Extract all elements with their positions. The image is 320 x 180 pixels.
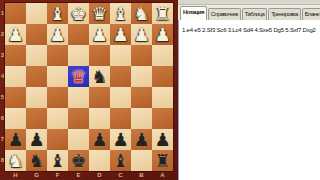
square-c3[interactable] bbox=[110, 45, 131, 66]
white-pawn: ♟ bbox=[7, 24, 23, 45]
square-g3[interactable] bbox=[26, 45, 47, 66]
square-f7[interactable] bbox=[47, 129, 68, 150]
file-label-d: D bbox=[89, 171, 110, 180]
square-d6[interactable] bbox=[89, 108, 110, 129]
tab-таблица[interactable]: Таблица bbox=[242, 8, 267, 20]
tab-bar: НотацияСправочникТаблицаТренировкаБланк … bbox=[178, 5, 320, 21]
square-a2[interactable]: ♟ bbox=[152, 24, 173, 45]
square-h2[interactable]: ♟ bbox=[5, 24, 26, 45]
file-label-h: H bbox=[5, 171, 26, 180]
square-f8[interactable]: ♝ bbox=[47, 150, 68, 171]
square-h5[interactable] bbox=[5, 87, 26, 108]
chess-board: 12345678 ♝♚♛♝♞♜♟♟♟♟♟♟♛♞♟♟♟♟♟♟♞♞♝♚♝♜ HGFE… bbox=[0, 0, 178, 180]
black-knight: ♞ bbox=[91, 66, 107, 87]
black-queen: ♛ bbox=[70, 66, 86, 87]
black-pawn: ♟ bbox=[28, 129, 44, 150]
square-d2[interactable]: ♟ bbox=[89, 24, 110, 45]
black-bishop: ♝ bbox=[112, 150, 128, 171]
black-bishop: ♝ bbox=[49, 150, 65, 171]
square-c1[interactable]: ♝ bbox=[110, 3, 131, 24]
file-label-c: C bbox=[110, 171, 131, 180]
black-pawn: ♟ bbox=[91, 129, 107, 150]
square-e8[interactable]: ♚ bbox=[68, 150, 89, 171]
square-a6[interactable] bbox=[152, 108, 173, 129]
square-c8[interactable]: ♝ bbox=[110, 150, 131, 171]
white-knight: ♞ bbox=[133, 3, 149, 24]
white-pawn: ♟ bbox=[133, 24, 149, 45]
tab-справочник[interactable]: Справочник bbox=[208, 8, 241, 20]
black-pawn: ♟ bbox=[154, 129, 170, 150]
side-panel: НотацияСправочникТаблицаТренировкаБланк … bbox=[178, 0, 320, 180]
square-b7[interactable]: ♟ bbox=[131, 129, 152, 150]
square-a4[interactable] bbox=[152, 66, 173, 87]
square-d7[interactable]: ♟ bbox=[89, 129, 110, 150]
square-h6[interactable] bbox=[5, 108, 26, 129]
white-pawn: ♟ bbox=[91, 24, 107, 45]
square-f5[interactable] bbox=[47, 87, 68, 108]
square-h3[interactable] bbox=[5, 45, 26, 66]
move-list[interactable]: 1.e4 e5 2.Sf3 Sc6 3.Lc4 Sd4 4.Sxe5 Dg5 5… bbox=[179, 20, 320, 33]
square-e3[interactable] bbox=[68, 45, 89, 66]
square-f6[interactable] bbox=[47, 108, 68, 129]
square-h4[interactable] bbox=[5, 66, 26, 87]
file-label-f: F bbox=[47, 171, 68, 180]
square-c4[interactable] bbox=[110, 66, 131, 87]
square-g5[interactable] bbox=[26, 87, 47, 108]
square-g8[interactable]: ♞ bbox=[26, 150, 47, 171]
square-c6[interactable] bbox=[110, 108, 131, 129]
black-pawn: ♟ bbox=[7, 129, 23, 150]
white-rook: ♜ bbox=[154, 3, 170, 24]
square-e5[interactable] bbox=[68, 87, 89, 108]
black-king: ♚ bbox=[70, 150, 86, 171]
square-c7[interactable]: ♟ bbox=[110, 129, 131, 150]
file-label-b: B bbox=[131, 171, 152, 180]
white-bishop: ♝ bbox=[112, 3, 128, 24]
file-labels: HGFEDCBA bbox=[5, 171, 173, 180]
square-e6[interactable] bbox=[68, 108, 89, 129]
white-bishop: ♝ bbox=[49, 3, 65, 24]
square-h8[interactable]: ♞ bbox=[5, 150, 26, 171]
black-rook: ♜ bbox=[154, 150, 170, 171]
square-f4[interactable] bbox=[47, 66, 68, 87]
file-label-e: E bbox=[68, 171, 89, 180]
black-pawn: ♟ bbox=[112, 129, 128, 150]
square-d5[interactable] bbox=[89, 87, 110, 108]
black-pawn: ♟ bbox=[133, 129, 149, 150]
white-queen: ♛ bbox=[91, 3, 107, 24]
tab-бланк-партии[interactable]: Бланк партии bbox=[302, 8, 320, 20]
tab-нотация[interactable]: Нотация bbox=[180, 6, 207, 20]
square-b1[interactable]: ♞ bbox=[131, 3, 152, 24]
square-e4[interactable]: ♛ bbox=[68, 66, 89, 87]
square-c2[interactable]: ♟ bbox=[110, 24, 131, 45]
file-label-g: G bbox=[26, 171, 47, 180]
square-b3[interactable] bbox=[131, 45, 152, 66]
square-b5[interactable] bbox=[131, 87, 152, 108]
square-f2[interactable]: ♟ bbox=[47, 24, 68, 45]
square-g6[interactable] bbox=[26, 108, 47, 129]
square-e2[interactable] bbox=[68, 24, 89, 45]
square-d8[interactable] bbox=[89, 150, 110, 171]
square-d4[interactable]: ♞ bbox=[89, 66, 110, 87]
white-pawn: ♟ bbox=[112, 24, 128, 45]
square-b6[interactable] bbox=[131, 108, 152, 129]
square-d3[interactable] bbox=[89, 45, 110, 66]
square-c5[interactable] bbox=[110, 87, 131, 108]
white-knight: ♞ bbox=[7, 150, 23, 171]
square-a7[interactable]: ♟ bbox=[152, 129, 173, 150]
tab-тренировка[interactable]: Тренировка bbox=[268, 8, 301, 20]
square-a1[interactable]: ♜ bbox=[152, 3, 173, 24]
square-f1[interactable]: ♝ bbox=[47, 3, 68, 24]
square-g7[interactable]: ♟ bbox=[26, 129, 47, 150]
white-king: ♚ bbox=[70, 3, 86, 24]
square-a8[interactable]: ♜ bbox=[152, 150, 173, 171]
square-b4[interactable] bbox=[131, 66, 152, 87]
square-a3[interactable] bbox=[152, 45, 173, 66]
square-h1[interactable] bbox=[5, 3, 26, 24]
black-knight: ♞ bbox=[28, 150, 44, 171]
square-d1[interactable]: ♛ bbox=[89, 3, 110, 24]
square-e1[interactable]: ♚ bbox=[68, 3, 89, 24]
square-b2[interactable]: ♟ bbox=[131, 24, 152, 45]
white-pawn: ♟ bbox=[154, 24, 170, 45]
square-g2[interactable] bbox=[26, 24, 47, 45]
square-b8[interactable] bbox=[131, 150, 152, 171]
notation-pane: 1.e4 e5 2.Sf3 Sc6 3.Lc4 Sd4 4.Sxe5 Dg5 5… bbox=[178, 20, 320, 180]
square-g1[interactable] bbox=[26, 3, 47, 24]
white-pawn: ♟ bbox=[49, 24, 65, 45]
board-grid[interactable]: ♝♚♛♝♞♜♟♟♟♟♟♟♛♞♟♟♟♟♟♟♞♞♝♚♝♜ bbox=[5, 3, 173, 171]
file-label-a: A bbox=[152, 171, 173, 180]
square-e7[interactable] bbox=[68, 129, 89, 150]
square-h7[interactable]: ♟ bbox=[5, 129, 26, 150]
square-f3[interactable] bbox=[47, 45, 68, 66]
square-a5[interactable] bbox=[152, 87, 173, 108]
square-g4[interactable] bbox=[26, 66, 47, 87]
